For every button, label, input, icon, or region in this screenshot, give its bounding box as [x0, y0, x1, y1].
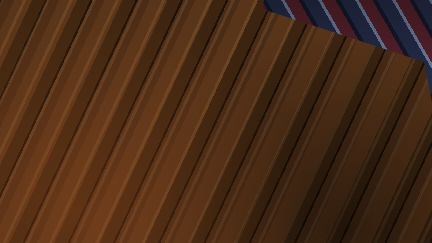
goban[interactable]	[0, 0, 432, 243]
go-board-scene	[0, 0, 432, 243]
